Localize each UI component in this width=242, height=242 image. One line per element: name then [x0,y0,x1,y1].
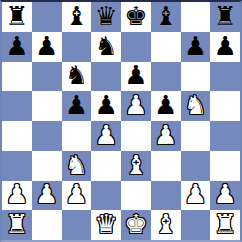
square-g6[interactable] [181,62,211,92]
square-h1[interactable]: ♜ [210,210,240,240]
square-a7[interactable]: ♟ [2,32,32,62]
square-f7[interactable] [151,32,181,62]
square-c2[interactable]: ♟ [62,181,92,211]
square-a6[interactable] [2,62,32,92]
square-a8[interactable]: ♜ [2,2,32,32]
square-d2[interactable] [91,181,121,211]
square-e1[interactable]: ♚ [121,210,151,240]
square-a3[interactable] [2,151,32,181]
black-pawn[interactable]: ♟ [5,33,28,59]
square-g5[interactable]: ♞ [181,91,211,121]
square-d1[interactable]: ♛ [91,210,121,240]
square-b4[interactable] [32,121,62,151]
black-knight[interactable]: ♞ [65,62,88,88]
square-f8[interactable]: ♝ [151,2,181,32]
square-h8[interactable]: ♜ [210,2,240,32]
square-h6[interactable] [210,62,240,92]
white-pawn[interactable]: ♟ [94,122,117,148]
square-b8[interactable] [32,2,62,32]
square-g1[interactable] [181,210,211,240]
black-rook[interactable]: ♜ [213,3,236,29]
white-bishop[interactable]: ♝ [154,211,177,237]
black-pawn[interactable]: ♟ [184,33,207,59]
black-knight[interactable]: ♞ [94,33,117,59]
square-h5[interactable] [210,91,240,121]
square-c7[interactable] [62,32,92,62]
square-g7[interactable]: ♟ [181,32,211,62]
square-e3[interactable]: ♝ [121,151,151,181]
white-rook[interactable]: ♜ [213,211,236,237]
square-c1[interactable] [62,210,92,240]
square-g8[interactable] [181,2,211,32]
white-pawn[interactable]: ♟ [184,181,207,207]
square-b3[interactable] [32,151,62,181]
white-pawn[interactable]: ♟ [65,181,88,207]
white-rook[interactable]: ♜ [5,211,28,237]
square-b6[interactable] [32,62,62,92]
square-d3[interactable] [91,151,121,181]
square-c8[interactable]: ♝ [62,2,92,32]
square-c4[interactable] [62,121,92,151]
black-queen[interactable]: ♛ [94,3,117,29]
white-king[interactable]: ♚ [124,211,147,237]
square-g2[interactable]: ♟ [181,181,211,211]
black-pawn[interactable]: ♟ [124,62,147,88]
square-d7[interactable]: ♞ [91,32,121,62]
white-knight[interactable]: ♞ [65,152,88,178]
square-e8[interactable]: ♚ [121,2,151,32]
white-queen[interactable]: ♛ [94,211,117,237]
black-pawn[interactable]: ♟ [35,33,58,59]
white-bishop[interactable]: ♝ [124,152,147,178]
square-c3[interactable]: ♞ [62,151,92,181]
black-bishop[interactable]: ♝ [154,3,177,29]
black-king[interactable]: ♚ [124,3,147,29]
white-pawn[interactable]: ♟ [5,181,28,207]
square-d8[interactable]: ♛ [91,2,121,32]
square-g4[interactable] [181,121,211,151]
square-d6[interactable] [91,62,121,92]
square-a2[interactable]: ♟ [2,181,32,211]
black-pawn[interactable]: ♟ [94,92,117,118]
white-pawn[interactable]: ♟ [35,181,58,207]
square-b5[interactable] [32,91,62,121]
square-f5[interactable]: ♟ [151,91,181,121]
black-pawn[interactable]: ♟ [65,92,88,118]
black-pawn[interactable]: ♟ [154,92,177,118]
square-a5[interactable] [2,91,32,121]
square-e7[interactable] [121,32,151,62]
white-pawn[interactable]: ♟ [154,122,177,148]
square-e5[interactable]: ♟ [121,91,151,121]
square-a4[interactable] [2,121,32,151]
square-b1[interactable] [32,210,62,240]
square-f4[interactable]: ♟ [151,121,181,151]
square-f2[interactable] [151,181,181,211]
white-pawn[interactable]: ♟ [213,181,236,207]
square-f1[interactable]: ♝ [151,210,181,240]
square-d5[interactable]: ♟ [91,91,121,121]
square-b7[interactable]: ♟ [32,32,62,62]
black-bishop[interactable]: ♝ [65,3,88,29]
square-c5[interactable]: ♟ [62,91,92,121]
black-rook[interactable]: ♜ [5,3,28,29]
white-pawn[interactable]: ♟ [124,92,147,118]
white-knight[interactable]: ♞ [184,92,207,118]
square-h4[interactable] [210,121,240,151]
square-e6[interactable]: ♟ [121,62,151,92]
square-e4[interactable] [121,121,151,151]
square-d4[interactable]: ♟ [91,121,121,151]
square-h2[interactable]: ♟ [210,181,240,211]
square-c6[interactable]: ♞ [62,62,92,92]
square-e2[interactable] [121,181,151,211]
square-f3[interactable] [151,151,181,181]
square-a1[interactable]: ♜ [2,210,32,240]
square-b2[interactable]: ♟ [32,181,62,211]
square-g3[interactable] [181,151,211,181]
black-pawn[interactable]: ♟ [213,33,236,59]
square-h7[interactable]: ♟ [210,32,240,62]
chess-board: ♜♝♛♚♝♜♟♟♞♟♟♞♟♟♟♟♟♞♟♟♞♝♟♟♟♟♟♜♛♚♝♜ [0,0,242,242]
square-f6[interactable] [151,62,181,92]
square-h3[interactable] [210,151,240,181]
